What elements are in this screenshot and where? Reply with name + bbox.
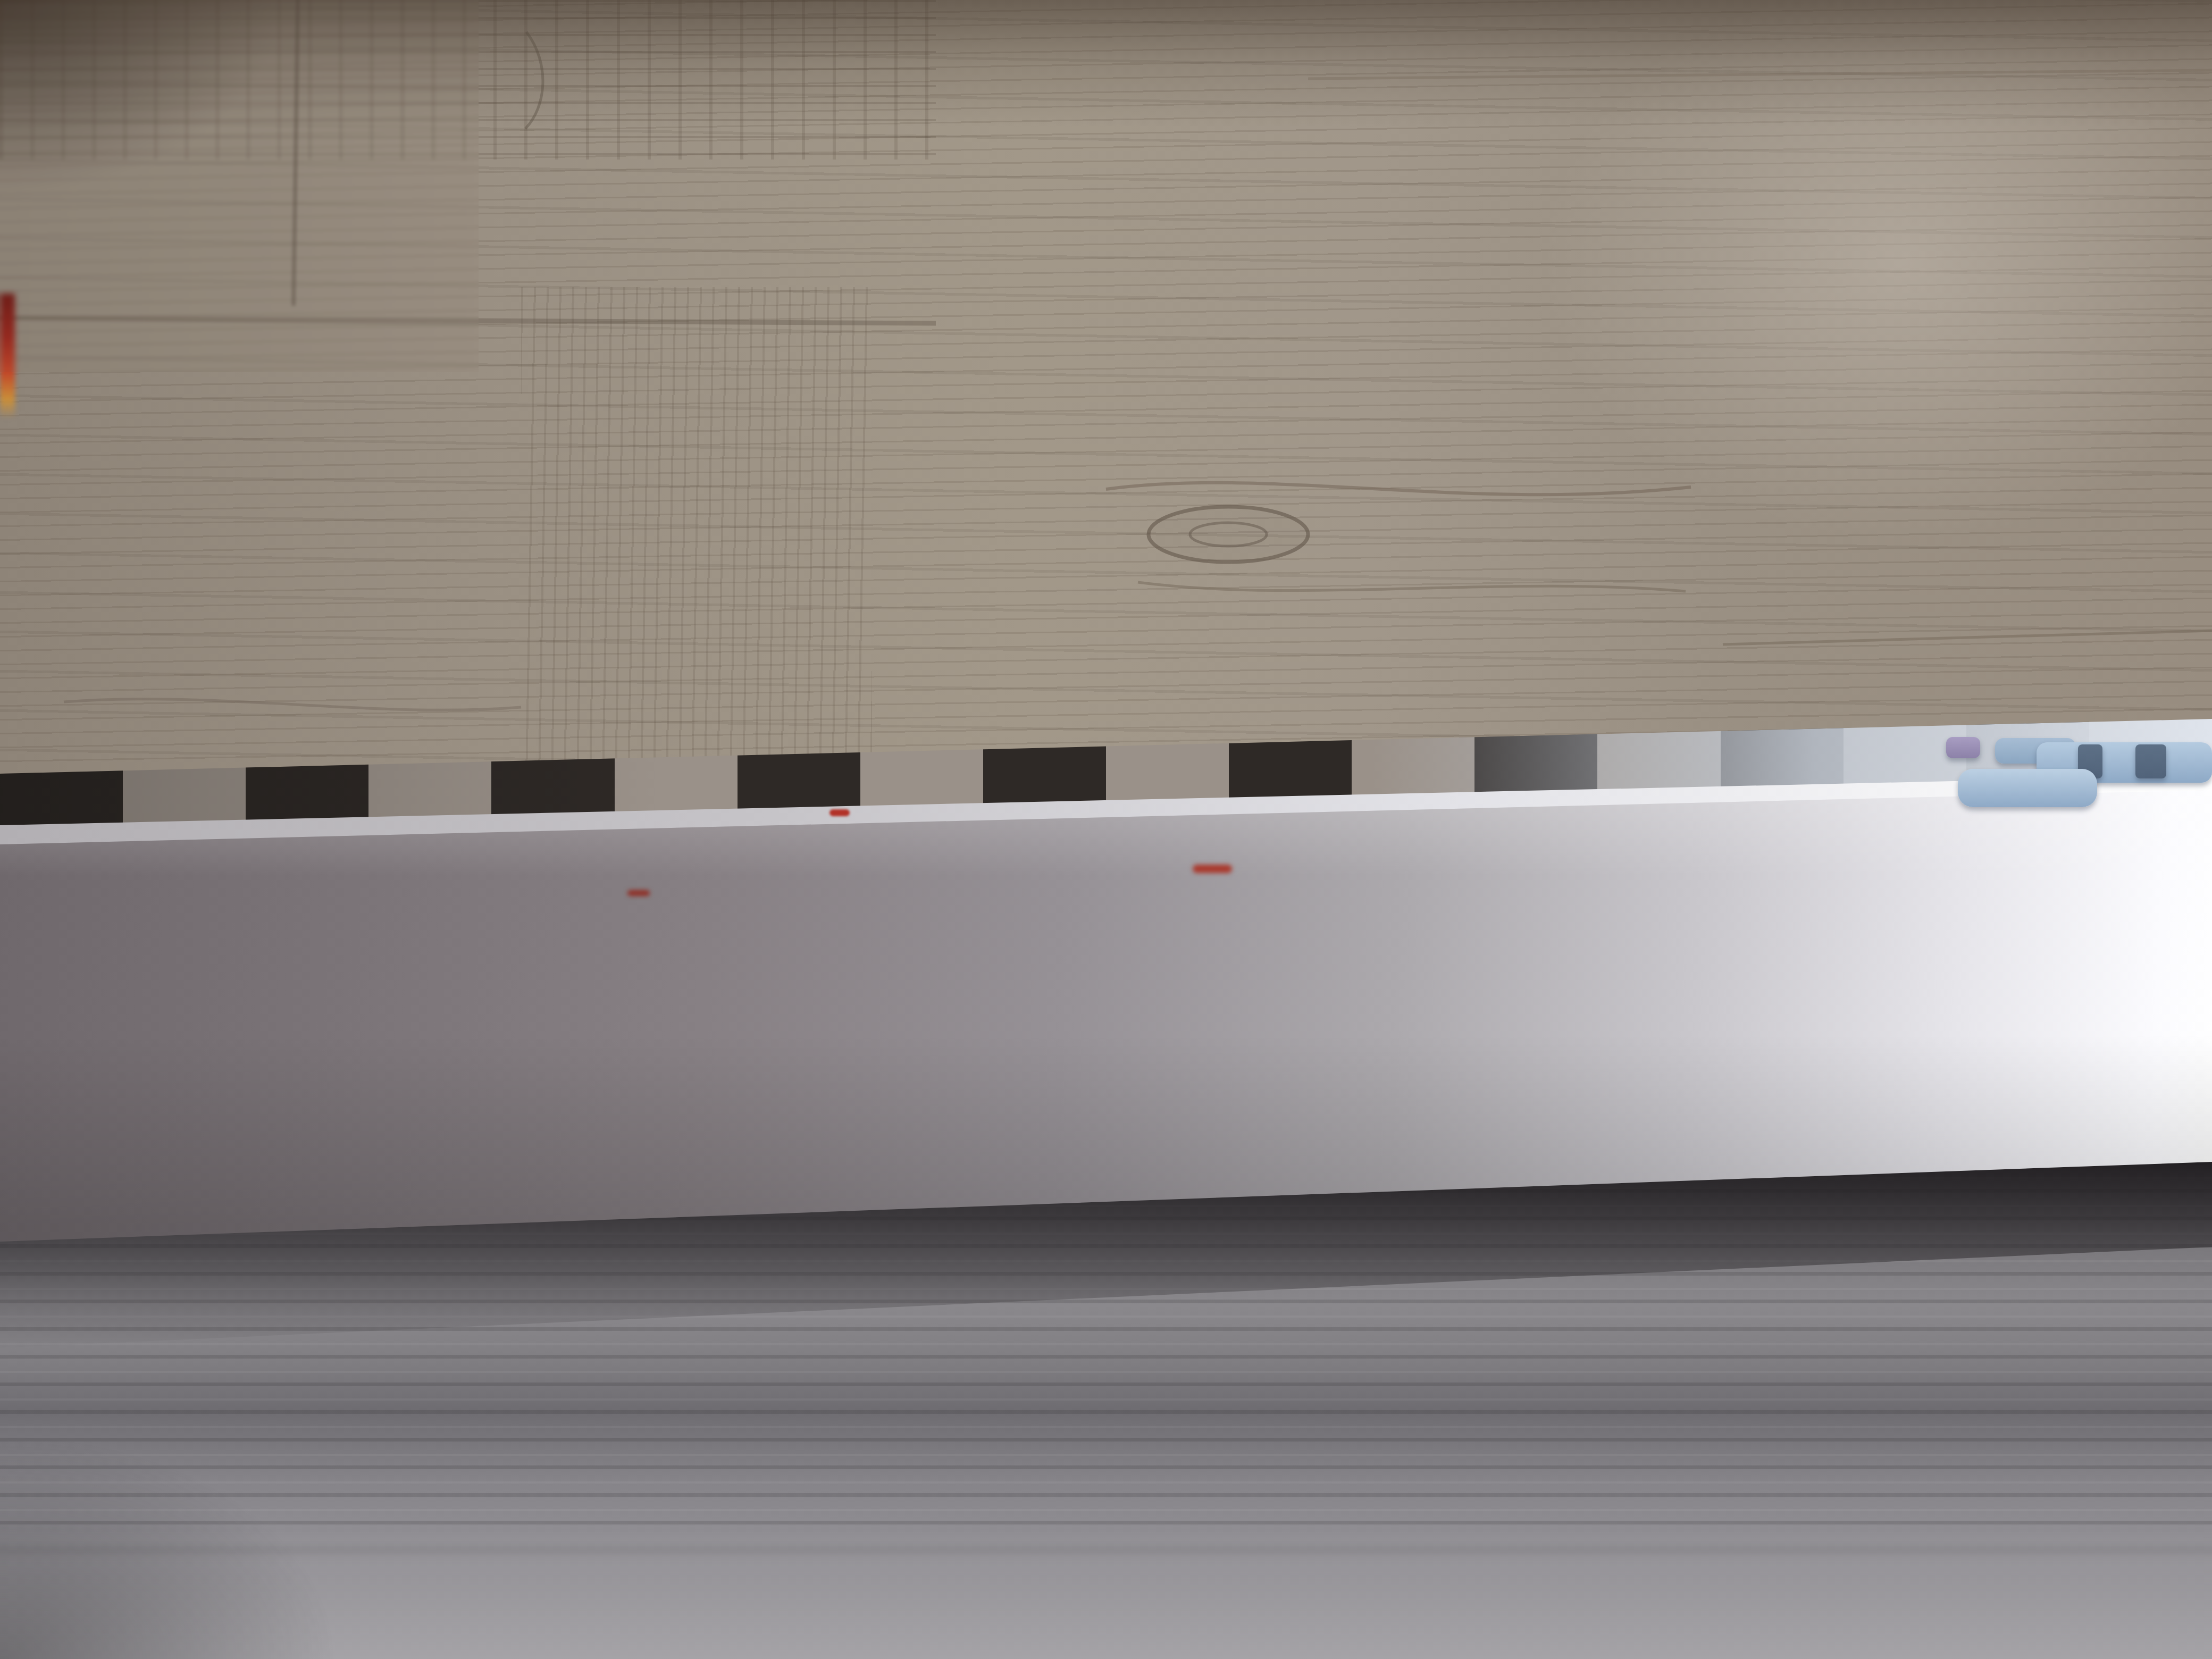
flat-blue-bar-front[interactable] xyxy=(1958,769,2097,807)
flat-violet-piece[interactable] xyxy=(1946,737,1980,758)
red-mark-1 xyxy=(829,809,850,816)
flat-blue-slot-2[interactable] xyxy=(2135,744,2166,778)
chess-photo-scene: ♟♟♚♟♛♞♝♟ ♜♟♜♟♚♟♛♝♝♟♞♟♞ xyxy=(0,0,2212,1659)
top-left-defocus-overlay xyxy=(0,0,479,372)
foreground-defocus-overlay xyxy=(0,1526,2212,1659)
red-mark-3 xyxy=(627,890,650,896)
red-mark-2 xyxy=(1193,865,1232,873)
